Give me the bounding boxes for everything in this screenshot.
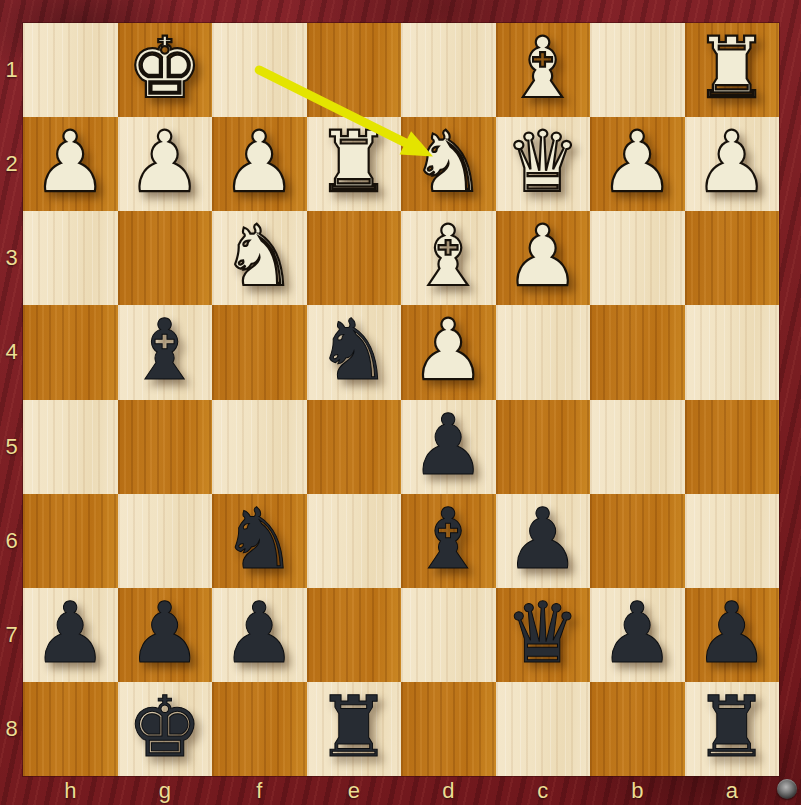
square-e2[interactable]: ♜ (307, 117, 402, 211)
piece-black-rook[interactable]: ♜ (316, 685, 391, 769)
square-b1[interactable] (590, 23, 685, 117)
piece-black-pawn[interactable]: ♟ (127, 591, 202, 675)
piece-white-rook[interactable]: ♜ (316, 120, 391, 204)
square-e6[interactable] (307, 494, 402, 588)
piece-black-pawn[interactable]: ♟ (600, 591, 675, 675)
piece-black-pawn[interactable]: ♟ (411, 403, 486, 487)
rank-label-7: 7 (0, 588, 23, 682)
square-h1[interactable] (23, 23, 118, 117)
square-d8[interactable] (401, 682, 496, 776)
piece-white-queen[interactable]: ♛ (505, 120, 580, 204)
file-label-a: a (685, 776, 780, 805)
square-a7[interactable]: ♟ (685, 588, 780, 682)
square-d5[interactable]: ♟ (401, 400, 496, 494)
piece-black-pawn[interactable]: ♟ (505, 497, 580, 581)
rank-label-1: 1 (0, 23, 23, 117)
piece-white-pawn[interactable]: ♟ (600, 120, 675, 204)
square-a3[interactable] (685, 211, 780, 305)
square-d7[interactable] (401, 588, 496, 682)
square-h4[interactable] (23, 305, 118, 399)
square-d3[interactable]: ♝ (401, 211, 496, 305)
piece-black-bishop[interactable]: ♝ (411, 497, 486, 581)
square-a6[interactable] (685, 494, 780, 588)
file-label-f: f (212, 776, 307, 805)
square-f7[interactable]: ♟ (212, 588, 307, 682)
piece-white-rook[interactable]: ♜ (694, 26, 769, 110)
file-label-d: d (401, 776, 496, 805)
piece-white-bishop[interactable]: ♝ (505, 26, 580, 110)
square-e4[interactable]: ♞ (307, 305, 402, 399)
rank-label-3: 3 (0, 211, 23, 305)
piece-black-pawn[interactable]: ♟ (694, 591, 769, 675)
square-e8[interactable]: ♜ (307, 682, 402, 776)
square-b7[interactable]: ♟ (590, 588, 685, 682)
square-h5[interactable] (23, 400, 118, 494)
square-f2[interactable]: ♟ (212, 117, 307, 211)
chess-board-frame: 12345678 ♚♝♜♟♟♟♜♞♛♟♟♞♝♟♝♞♟♟♞♝♟♟♟♟♛♟♟♚♜♜ … (0, 0, 801, 805)
piece-white-pawn[interactable]: ♟ (222, 120, 297, 204)
square-f1[interactable] (212, 23, 307, 117)
rank-label-8: 8 (0, 682, 23, 776)
square-a4[interactable] (685, 305, 780, 399)
square-c3[interactable]: ♟ (496, 211, 591, 305)
square-g5[interactable] (118, 400, 213, 494)
square-g1[interactable]: ♚ (118, 23, 213, 117)
square-d2[interactable]: ♞ (401, 117, 496, 211)
file-label-h: h (23, 776, 118, 805)
square-f8[interactable] (212, 682, 307, 776)
piece-white-pawn[interactable]: ♟ (33, 120, 108, 204)
file-label-b: b (590, 776, 685, 805)
piece-black-knight[interactable]: ♞ (316, 308, 391, 392)
square-a5[interactable] (685, 400, 780, 494)
square-f6[interactable]: ♞ (212, 494, 307, 588)
square-e1[interactable] (307, 23, 402, 117)
square-h7[interactable]: ♟ (23, 588, 118, 682)
square-e3[interactable] (307, 211, 402, 305)
rank-label-4: 4 (0, 305, 23, 399)
file-label-c: c (496, 776, 591, 805)
piece-black-rook[interactable]: ♜ (694, 685, 769, 769)
square-g8[interactable]: ♚ (118, 682, 213, 776)
piece-white-pawn[interactable]: ♟ (411, 308, 486, 392)
piece-white-bishop[interactable]: ♝ (411, 214, 486, 298)
square-c7[interactable]: ♛ (496, 588, 591, 682)
square-g6[interactable] (118, 494, 213, 588)
square-c5[interactable] (496, 400, 591, 494)
square-e7[interactable] (307, 588, 402, 682)
square-h8[interactable] (23, 682, 118, 776)
square-h3[interactable] (23, 211, 118, 305)
piece-white-pawn[interactable]: ♟ (505, 214, 580, 298)
rank-label-6: 6 (0, 494, 23, 588)
square-a1[interactable]: ♜ (685, 23, 780, 117)
piece-white-knight[interactable]: ♞ (222, 214, 297, 298)
square-d6[interactable]: ♝ (401, 494, 496, 588)
square-b8[interactable] (590, 682, 685, 776)
piece-black-pawn[interactable]: ♟ (222, 591, 297, 675)
square-a2[interactable]: ♟ (685, 117, 780, 211)
rank-label-5: 5 (0, 400, 23, 494)
square-b4[interactable] (590, 305, 685, 399)
square-c8[interactable] (496, 682, 591, 776)
square-d1[interactable] (401, 23, 496, 117)
piece-black-queen[interactable]: ♛ (505, 591, 580, 675)
file-labels: hgfedcba (23, 776, 779, 805)
chess-board[interactable]: ♚♝♜♟♟♟♜♞♛♟♟♞♝♟♝♞♟♟♞♝♟♟♟♟♛♟♟♚♜♜ (23, 23, 779, 776)
piece-white-pawn[interactable]: ♟ (127, 120, 202, 204)
piece-black-pawn[interactable]: ♟ (33, 591, 108, 675)
piece-black-king[interactable]: ♚ (127, 685, 202, 769)
square-f4[interactable] (212, 305, 307, 399)
square-b2[interactable]: ♟ (590, 117, 685, 211)
square-c2[interactable]: ♛ (496, 117, 591, 211)
file-label-g: g (118, 776, 213, 805)
piece-white-knight[interactable]: ♞ (411, 120, 486, 204)
square-d4[interactable]: ♟ (401, 305, 496, 399)
piece-white-pawn[interactable]: ♟ (694, 120, 769, 204)
square-a8[interactable]: ♜ (685, 682, 780, 776)
corner-pin-button[interactable] (777, 779, 797, 799)
piece-black-knight[interactable]: ♞ (222, 497, 297, 581)
square-h6[interactable] (23, 494, 118, 588)
square-c1[interactable]: ♝ (496, 23, 591, 117)
piece-black-bishop[interactable]: ♝ (127, 308, 202, 392)
square-c6[interactable]: ♟ (496, 494, 591, 588)
square-g4[interactable]: ♝ (118, 305, 213, 399)
square-b3[interactable] (590, 211, 685, 305)
square-b5[interactable] (590, 400, 685, 494)
piece-white-king[interactable]: ♚ (127, 26, 202, 110)
square-f5[interactable] (212, 400, 307, 494)
square-g7[interactable]: ♟ (118, 588, 213, 682)
square-h2[interactable]: ♟ (23, 117, 118, 211)
file-label-e: e (307, 776, 402, 805)
square-g3[interactable] (118, 211, 213, 305)
square-b6[interactable] (590, 494, 685, 588)
rank-label-2: 2 (0, 117, 23, 211)
rank-labels: 12345678 (0, 23, 23, 776)
square-e5[interactable] (307, 400, 402, 494)
square-c4[interactable] (496, 305, 591, 399)
square-g2[interactable]: ♟ (118, 117, 213, 211)
square-f3[interactable]: ♞ (212, 211, 307, 305)
